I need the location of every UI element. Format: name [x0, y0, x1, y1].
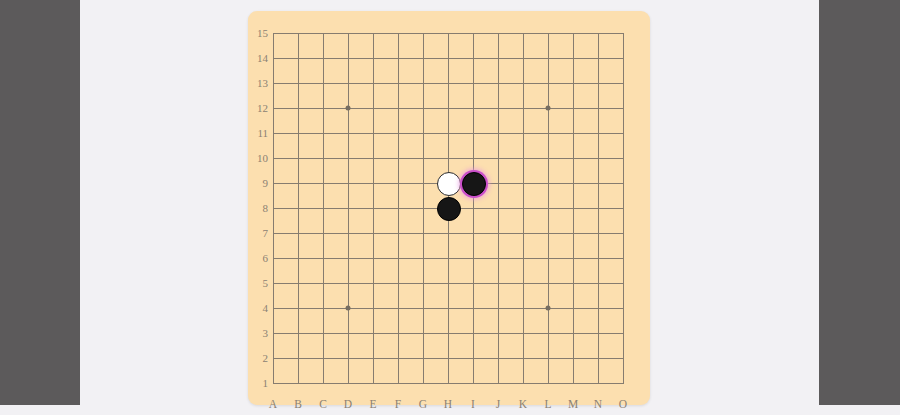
grid-cell [598, 208, 623, 233]
grid-cell [523, 258, 548, 283]
col-label: N [588, 399, 608, 411]
grid-cell [523, 33, 548, 58]
grid-cell [548, 83, 573, 108]
grid-cell [273, 258, 298, 283]
grid-cell [298, 283, 323, 308]
grid-cell [448, 358, 473, 383]
grid-cell [273, 58, 298, 83]
col-label: O [613, 399, 633, 411]
grid-cell [423, 258, 448, 283]
grid-cell [573, 158, 598, 183]
grid-cell [423, 308, 448, 333]
grid-cell [448, 83, 473, 108]
grid-cell [273, 108, 298, 133]
grid-cell [548, 183, 573, 208]
grid-cell [598, 133, 623, 158]
col-label: B [288, 399, 308, 411]
grid-cell [548, 358, 573, 383]
grid-cell [323, 158, 348, 183]
grid-cell [398, 158, 423, 183]
row-label: 10 [248, 153, 268, 164]
right-dark-panel [819, 0, 900, 405]
grid-cell [498, 233, 523, 258]
grid-cell [473, 108, 498, 133]
grid-cell [473, 258, 498, 283]
grid-cell [423, 33, 448, 58]
row-label: 14 [248, 53, 268, 64]
row-label: 11 [248, 128, 268, 139]
grid-cell [573, 58, 598, 83]
grid-cell [473, 158, 498, 183]
grid-cell [298, 208, 323, 233]
grid-cell [498, 283, 523, 308]
grid-cell [373, 133, 398, 158]
grid-cell [373, 58, 398, 83]
grid-cell [448, 183, 473, 208]
grid-cell [523, 133, 548, 158]
grid-cell [573, 308, 598, 333]
grid-cell [423, 83, 448, 108]
grid-cell [298, 258, 323, 283]
grid-cell [373, 333, 398, 358]
grid-cell [573, 333, 598, 358]
grid-cell [523, 108, 548, 133]
grid-cell [598, 183, 623, 208]
grid-cell [473, 308, 498, 333]
grid-cell [448, 308, 473, 333]
grid-cell [498, 108, 523, 133]
row-label: 7 [248, 228, 268, 239]
grid-cell [523, 183, 548, 208]
row-label: 9 [248, 178, 268, 189]
app-screen: 151413121110987654321ABCDEFGHIJKLMNO [0, 0, 900, 415]
grid-cell [273, 33, 298, 58]
grid-cell [398, 308, 423, 333]
grid-cell [473, 183, 498, 208]
row-label: 5 [248, 278, 268, 289]
grid-cell [298, 233, 323, 258]
grid-cell [323, 183, 348, 208]
row-label: 2 [248, 353, 268, 364]
col-label: G [413, 399, 433, 411]
col-label: K [513, 399, 533, 411]
grid-cell [323, 133, 348, 158]
grid-cell [473, 358, 498, 383]
grid-cell [398, 33, 423, 58]
grid-cell [598, 358, 623, 383]
grid-cell [498, 133, 523, 158]
grid-cell [348, 308, 373, 333]
row-label: 15 [248, 28, 268, 39]
board-grid[interactable] [273, 33, 624, 384]
grid-cell [598, 158, 623, 183]
grid-cell [423, 133, 448, 158]
grid-cell [423, 108, 448, 133]
grid-cell [598, 308, 623, 333]
grid-cell [348, 133, 373, 158]
grid-cell [323, 83, 348, 108]
grid-cell [598, 58, 623, 83]
grid-cell [373, 358, 398, 383]
grid-cell [523, 83, 548, 108]
grid-cell [348, 358, 373, 383]
grid-cell [448, 333, 473, 358]
grid-cell [498, 208, 523, 233]
col-label: C [313, 399, 333, 411]
grid-cell [423, 183, 448, 208]
grid-cell [548, 233, 573, 258]
row-label: 3 [248, 328, 268, 339]
grid-cell [398, 133, 423, 158]
grid-cell [573, 33, 598, 58]
grid-cell [423, 58, 448, 83]
grid-cell [273, 283, 298, 308]
grid-cell [348, 33, 373, 58]
grid-cell [273, 333, 298, 358]
col-label: J [488, 399, 508, 411]
grid-cell [273, 158, 298, 183]
grid-cell [598, 283, 623, 308]
grid-cell [398, 108, 423, 133]
row-label: 4 [248, 303, 268, 314]
grid-cell [473, 333, 498, 358]
grid-cell [273, 183, 298, 208]
grid-cell [273, 233, 298, 258]
row-label: 8 [248, 203, 268, 214]
grid-cell [448, 158, 473, 183]
grid-cell [523, 208, 548, 233]
grid-cell [398, 333, 423, 358]
grid-cell [573, 83, 598, 108]
grid-cell [273, 308, 298, 333]
grid-cell [298, 333, 323, 358]
grid-cell [298, 108, 323, 133]
grid-cell [573, 233, 598, 258]
grid-cell [448, 258, 473, 283]
grid-cell [273, 133, 298, 158]
grid-cell [498, 33, 523, 58]
grid-cell [323, 308, 348, 333]
grid-cell [273, 358, 298, 383]
grid-cell [473, 58, 498, 83]
grid-cell [298, 133, 323, 158]
grid-cell [598, 233, 623, 258]
grid-cell [473, 283, 498, 308]
grid-cell [323, 33, 348, 58]
col-label: H [438, 399, 458, 411]
grid-cell [598, 83, 623, 108]
grid-cell [348, 83, 373, 108]
grid-cell [598, 108, 623, 133]
grid-cell [298, 308, 323, 333]
grid-cell [473, 133, 498, 158]
grid-cell [548, 283, 573, 308]
grid-cell [548, 208, 573, 233]
grid-cell [373, 183, 398, 208]
grid-cell [348, 108, 373, 133]
grid-cell [498, 333, 523, 358]
grid-cell [448, 208, 473, 233]
grid-cell [523, 158, 548, 183]
col-label: D [338, 399, 358, 411]
grid-cell [473, 33, 498, 58]
grid-cell [373, 83, 398, 108]
grid-cell [373, 158, 398, 183]
grid-cell [523, 233, 548, 258]
grid-cell [298, 358, 323, 383]
grid-cell [323, 258, 348, 283]
grid-cell [423, 208, 448, 233]
grid-cell [573, 183, 598, 208]
grid-cell [548, 308, 573, 333]
grid-cell [498, 158, 523, 183]
grid-cell [398, 208, 423, 233]
grid-cell [498, 83, 523, 108]
grid-cell [373, 208, 398, 233]
left-dark-panel [0, 0, 80, 405]
grid-cell [523, 333, 548, 358]
grid-cell [423, 333, 448, 358]
grid-cell [373, 308, 398, 333]
grid-cell [573, 258, 598, 283]
grid-cell [548, 33, 573, 58]
grid-cell [298, 83, 323, 108]
col-label: F [388, 399, 408, 411]
grid-cell [298, 183, 323, 208]
grid-cell [298, 158, 323, 183]
grid-cell [523, 308, 548, 333]
grid-cell [448, 58, 473, 83]
grid-cell [523, 58, 548, 83]
grid-cell [323, 108, 348, 133]
grid-cell [573, 133, 598, 158]
grid-cell [548, 158, 573, 183]
grid-cell [573, 358, 598, 383]
grid-cell [498, 308, 523, 333]
row-label: 13 [248, 78, 268, 89]
grid-cell [348, 58, 373, 83]
grid-cell [498, 183, 523, 208]
grid-cell [598, 333, 623, 358]
grid-cell [548, 333, 573, 358]
grid-cell [423, 233, 448, 258]
grid-cell [548, 58, 573, 83]
col-label: M [563, 399, 583, 411]
grid-cell [473, 233, 498, 258]
grid-cell [598, 33, 623, 58]
grid-cell [598, 258, 623, 283]
grid-cell [348, 333, 373, 358]
grid-cell [323, 208, 348, 233]
grid-cell [348, 258, 373, 283]
grid-cell [323, 283, 348, 308]
grid-cell [273, 83, 298, 108]
grid-cell [548, 133, 573, 158]
grid-cell [348, 158, 373, 183]
col-label: E [363, 399, 383, 411]
grid-cell [448, 33, 473, 58]
grid-cell [448, 233, 473, 258]
grid-cell [398, 183, 423, 208]
grid-cell [548, 258, 573, 283]
grid-cell [423, 358, 448, 383]
grid-cell [398, 358, 423, 383]
grid-cell [448, 283, 473, 308]
grid-cell [373, 283, 398, 308]
grid-cell [373, 33, 398, 58]
grid-cell [323, 233, 348, 258]
grid-cell [398, 58, 423, 83]
grid-cell [573, 208, 598, 233]
grid-cell [348, 233, 373, 258]
row-label: 12 [248, 103, 268, 114]
col-label: A [263, 399, 283, 411]
grid-cell [473, 83, 498, 108]
grid-cell [273, 208, 298, 233]
grid-cell [448, 108, 473, 133]
grid-cell [423, 283, 448, 308]
grid-cell [498, 358, 523, 383]
grid-cell [323, 333, 348, 358]
grid-cell [573, 283, 598, 308]
grid-cell [398, 283, 423, 308]
grid-cell [498, 58, 523, 83]
grid-cell [298, 33, 323, 58]
row-label: 6 [248, 253, 268, 264]
grid-cell [348, 283, 373, 308]
grid-cell [348, 208, 373, 233]
grid-cell [323, 358, 348, 383]
grid-cell [473, 208, 498, 233]
grid-cell [498, 258, 523, 283]
grid-cell [373, 258, 398, 283]
grid-cell [323, 58, 348, 83]
col-label: L [538, 399, 558, 411]
grid-cell [523, 358, 548, 383]
grid-cell [573, 108, 598, 133]
row-label: 1 [248, 378, 268, 389]
grid-cell [398, 233, 423, 258]
grid-cell [423, 158, 448, 183]
grid-cell [373, 108, 398, 133]
grid-cell [398, 258, 423, 283]
col-label: I [463, 399, 483, 411]
grid-cell [398, 83, 423, 108]
grid-cell [448, 133, 473, 158]
grid-cell [348, 183, 373, 208]
gomoku-board: 151413121110987654321ABCDEFGHIJKLMNO [248, 11, 650, 405]
grid-cell [373, 233, 398, 258]
grid-cell [523, 283, 548, 308]
grid-cell [298, 58, 323, 83]
grid-cell [548, 108, 573, 133]
